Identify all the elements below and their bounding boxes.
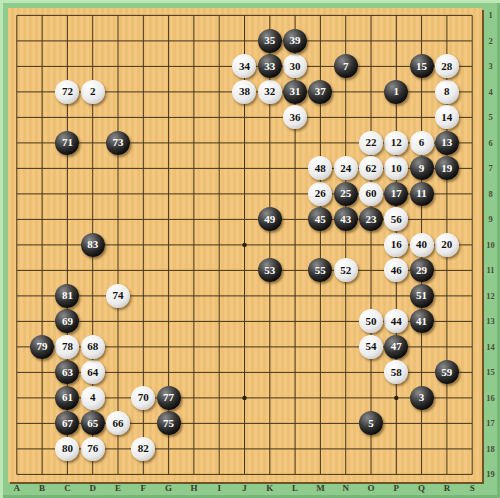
stone-50[interactable]: 50 — [359, 309, 383, 333]
row-label-11: 11 — [482, 265, 499, 275]
stone-24[interactable]: 24 — [334, 156, 358, 180]
stone-23[interactable]: 23 — [359, 207, 383, 231]
row-label-8: 8 — [482, 189, 499, 199]
stone-10[interactable]: 10 — [384, 156, 408, 180]
stone-82[interactable]: 82 — [131, 437, 155, 461]
stone-32[interactable]: 32 — [258, 80, 282, 104]
column-label-M: M — [316, 483, 325, 493]
stone-72[interactable]: 72 — [55, 80, 79, 104]
row-label-9: 9 — [482, 214, 499, 224]
column-label-O: O — [367, 483, 374, 493]
row-label-1: 1 — [482, 10, 499, 20]
stone-34[interactable]: 34 — [232, 54, 256, 78]
stone-64[interactable]: 64 — [81, 360, 105, 384]
row-label-15: 15 — [482, 367, 499, 377]
stone-62[interactable]: 62 — [359, 156, 383, 180]
row-label-6: 6 — [482, 138, 499, 148]
stone-2[interactable]: 2 — [81, 80, 105, 104]
stone-54[interactable]: 54 — [359, 335, 383, 359]
row-label-12: 12 — [482, 291, 499, 301]
stone-14[interactable]: 14 — [435, 105, 459, 129]
column-label-J: J — [242, 483, 247, 493]
stone-11[interactable]: 11 — [410, 182, 434, 206]
stone-75[interactable]: 75 — [157, 411, 181, 435]
stone-65[interactable]: 65 — [81, 411, 105, 435]
row-label-18: 18 — [482, 444, 499, 454]
column-label-C: C — [64, 483, 71, 493]
stone-20[interactable]: 20 — [435, 233, 459, 257]
stone-63[interactable]: 63 — [55, 360, 79, 384]
stone-30[interactable]: 30 — [283, 54, 307, 78]
row-label-3: 3 — [482, 61, 499, 71]
column-label-F: F — [141, 483, 147, 493]
row-label-19: 19 — [482, 469, 499, 479]
column-label-E: E — [115, 483, 121, 493]
stone-76[interactable]: 76 — [81, 437, 105, 461]
row-label-14: 14 — [482, 342, 499, 352]
column-label-R: R — [444, 483, 451, 493]
column-label-G: G — [165, 483, 172, 493]
column-label-A: A — [14, 483, 21, 493]
stone-12[interactable]: 12 — [384, 131, 408, 155]
stone-73[interactable]: 73 — [106, 131, 130, 155]
stone-45[interactable]: 45 — [308, 207, 332, 231]
stone-16[interactable]: 16 — [384, 233, 408, 257]
stone-70[interactable]: 70 — [131, 386, 155, 410]
column-label-N: N — [342, 483, 349, 493]
stone-22[interactable]: 22 — [359, 131, 383, 155]
stone-83[interactable]: 83 — [81, 233, 105, 257]
stone-48[interactable]: 48 — [308, 156, 332, 180]
row-label-10: 10 — [482, 240, 499, 250]
stone-31[interactable]: 31 — [283, 80, 307, 104]
stone-33[interactable]: 33 — [258, 54, 282, 78]
stone-80[interactable]: 80 — [55, 437, 79, 461]
stone-60[interactable]: 60 — [359, 182, 383, 206]
stone-13[interactable]: 13 — [435, 131, 459, 155]
stone-28[interactable]: 28 — [435, 54, 459, 78]
stone-81[interactable]: 81 — [55, 284, 79, 308]
stone-37[interactable]: 37 — [308, 80, 332, 104]
row-label-16: 16 — [482, 393, 499, 403]
stone-66[interactable]: 66 — [106, 411, 130, 435]
column-label-L: L — [292, 483, 298, 493]
stone-44[interactable]: 44 — [384, 309, 408, 333]
stone-8[interactable]: 8 — [435, 80, 459, 104]
stone-79[interactable]: 79 — [30, 335, 54, 359]
stone-43[interactable]: 43 — [334, 207, 358, 231]
column-label-H: H — [190, 483, 197, 493]
stone-61[interactable]: 61 — [55, 386, 79, 410]
stone-15[interactable]: 15 — [410, 54, 434, 78]
stone-38[interactable]: 38 — [232, 80, 256, 104]
stone-51[interactable]: 51 — [410, 284, 434, 308]
stone-35[interactable]: 35 — [258, 29, 282, 53]
row-label-2: 2 — [482, 36, 499, 46]
stone-56[interactable]: 56 — [384, 207, 408, 231]
stone-7[interactable]: 7 — [334, 54, 358, 78]
stone-17[interactable]: 17 — [384, 182, 408, 206]
stone-29[interactable]: 29 — [410, 258, 434, 282]
stone-41[interactable]: 41 — [410, 309, 434, 333]
stone-4[interactable]: 4 — [81, 386, 105, 410]
row-label-5: 5 — [482, 112, 499, 122]
stone-6[interactable]: 6 — [410, 131, 434, 155]
stone-46[interactable]: 46 — [384, 258, 408, 282]
stone-26[interactable]: 26 — [308, 182, 332, 206]
stone-39[interactable]: 39 — [283, 29, 307, 53]
stone-5[interactable]: 5 — [359, 411, 383, 435]
stone-19[interactable]: 19 — [435, 156, 459, 180]
stone-49[interactable]: 49 — [258, 207, 282, 231]
row-label-13: 13 — [482, 316, 499, 326]
stone-69[interactable]: 69 — [55, 309, 79, 333]
row-label-7: 7 — [482, 163, 499, 173]
stone-53[interactable]: 53 — [258, 258, 282, 282]
stone-78[interactable]: 78 — [55, 335, 79, 359]
stone-3[interactable]: 3 — [410, 386, 434, 410]
stone-52[interactable]: 52 — [334, 258, 358, 282]
stone-36[interactable]: 36 — [283, 105, 307, 129]
column-label-I: I — [217, 483, 221, 493]
row-label-4: 4 — [482, 87, 499, 97]
column-label-K: K — [266, 483, 273, 493]
column-label-Q: Q — [418, 483, 425, 493]
column-label-B: B — [39, 483, 45, 493]
stone-25[interactable]: 25 — [334, 182, 358, 206]
stone-68[interactable]: 68 — [81, 335, 105, 359]
stone-47[interactable]: 47 — [384, 335, 408, 359]
stone-74[interactable]: 74 — [106, 284, 130, 308]
goban-frame: 1234567891011121314151617192022232425262… — [0, 0, 500, 498]
stone-71[interactable]: 71 — [55, 131, 79, 155]
stone-1[interactable]: 1 — [384, 80, 408, 104]
stone-55[interactable]: 55 — [308, 258, 332, 282]
column-label-P: P — [394, 483, 400, 493]
stone-67[interactable]: 67 — [55, 411, 79, 435]
stone-77[interactable]: 77 — [157, 386, 181, 410]
stone-40[interactable]: 40 — [410, 233, 434, 257]
row-label-17: 17 — [482, 418, 499, 428]
column-label-S: S — [470, 483, 475, 493]
stones-layer: 1234567891011121314151617192022232425262… — [4, 3, 485, 488]
column-label-D: D — [89, 483, 96, 493]
stone-59[interactable]: 59 — [435, 360, 459, 384]
stone-9[interactable]: 9 — [410, 156, 434, 180]
stone-58[interactable]: 58 — [384, 360, 408, 384]
